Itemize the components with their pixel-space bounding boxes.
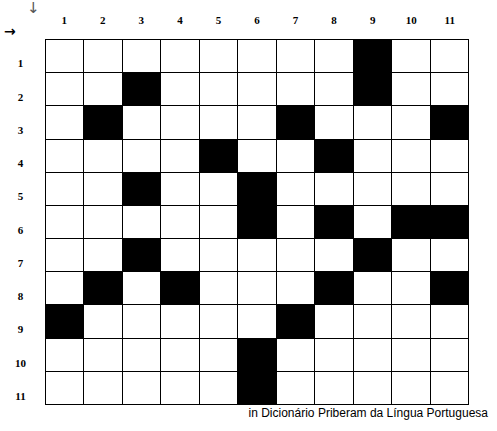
cell-r11-c2[interactable]: [84, 372, 121, 404]
cell-r5-c8[interactable]: [315, 173, 352, 205]
row-label-10: 10: [0, 338, 41, 371]
cell-r7-c7[interactable]: [277, 239, 314, 271]
cell-r3-c9[interactable]: [354, 106, 391, 138]
cell-r4-c1[interactable]: [46, 140, 83, 172]
col-label-1: 1: [45, 12, 84, 28]
cell-r9-c8[interactable]: [315, 305, 352, 337]
cell-r9-c3[interactable]: [123, 305, 160, 337]
row-label-3: 3: [0, 106, 41, 139]
cell-r3-c4[interactable]: [161, 106, 198, 138]
cell-r7-c5[interactable]: [200, 239, 237, 271]
cell-r5-c5[interactable]: [200, 173, 237, 205]
cell-r6-c6-black: [238, 206, 275, 238]
cell-r2-c4[interactable]: [161, 73, 198, 105]
cell-r3-c10[interactable]: [392, 106, 429, 138]
cell-r6-c8-black: [315, 206, 352, 238]
cell-r11-c10[interactable]: [392, 372, 429, 404]
cell-r10-c10[interactable]: [392, 339, 429, 371]
row-label-4: 4: [0, 139, 41, 172]
cell-r9-c11[interactable]: [431, 305, 468, 337]
cell-r9-c9[interactable]: [354, 305, 391, 337]
cell-r4-c3[interactable]: [123, 140, 160, 172]
col-label-11: 11: [430, 12, 469, 28]
cell-r3-c11-black: [431, 106, 468, 138]
cell-r8-c8-black: [315, 272, 352, 304]
cell-r8-c1[interactable]: [46, 272, 83, 304]
cell-r8-c7[interactable]: [277, 272, 314, 304]
cell-r6-c7[interactable]: [277, 206, 314, 238]
cell-r2-c5[interactable]: [200, 73, 237, 105]
cell-r7-c4[interactable]: [161, 239, 198, 271]
cell-r2-c9-black: [354, 73, 391, 105]
cell-r11-c9[interactable]: [354, 372, 391, 404]
cell-r11-c3[interactable]: [123, 372, 160, 404]
cell-r6-c2[interactable]: [84, 206, 121, 238]
cell-r6-c1[interactable]: [46, 206, 83, 238]
cell-r9-c5[interactable]: [200, 305, 237, 337]
cell-r5-c4[interactable]: [161, 173, 198, 205]
cell-r8-c5[interactable]: [200, 272, 237, 304]
cell-r1-c4[interactable]: [161, 40, 198, 72]
cell-r8-c4-black: [161, 272, 198, 304]
cell-r6-c10-black: [392, 206, 429, 238]
cell-r7-c10[interactable]: [392, 239, 429, 271]
cell-r10-c2[interactable]: [84, 339, 121, 371]
cell-r2-c7[interactable]: [277, 73, 314, 105]
cell-r4-c9[interactable]: [354, 140, 391, 172]
cell-r1-c5[interactable]: [200, 40, 237, 72]
cell-r4-c11[interactable]: [431, 140, 468, 172]
row-label-2: 2: [0, 72, 41, 105]
cell-r10-c5[interactable]: [200, 339, 237, 371]
crossword-page: ↓ → 1234567891011 1234567891011 in Dicio…: [0, 0, 497, 431]
row-label-5: 5: [0, 172, 41, 205]
cell-r7-c1[interactable]: [46, 239, 83, 271]
cell-r3-c8[interactable]: [315, 106, 352, 138]
cell-r7-c3-black: [123, 239, 160, 271]
cell-r1-c3[interactable]: [123, 40, 160, 72]
source-caption: in Dicionário Priberam da Língua Portugu…: [249, 406, 488, 420]
cell-r9-c6[interactable]: [238, 305, 275, 337]
cell-r9-c4[interactable]: [161, 305, 198, 337]
cell-r5-c6-black: [238, 173, 275, 205]
cell-r11-c11[interactable]: [431, 372, 468, 404]
cell-r6-c9[interactable]: [354, 206, 391, 238]
cell-r9-c10[interactable]: [392, 305, 429, 337]
cell-r8-c10[interactable]: [392, 272, 429, 304]
cell-r4-c4[interactable]: [161, 140, 198, 172]
col-label-7: 7: [276, 12, 315, 28]
col-label-6: 6: [238, 12, 277, 28]
cell-r10-c1[interactable]: [46, 339, 83, 371]
cell-r2-c6[interactable]: [238, 73, 275, 105]
row-label-8: 8: [0, 272, 41, 305]
cell-r5-c2[interactable]: [84, 173, 121, 205]
cell-r9-c7-black: [277, 305, 314, 337]
cell-r4-c8-black: [315, 140, 352, 172]
col-label-5: 5: [199, 12, 238, 28]
cell-r2-c3-black: [123, 73, 160, 105]
cell-r1-c11[interactable]: [431, 40, 468, 72]
cell-r2-c2[interactable]: [84, 73, 121, 105]
cell-r11-c7[interactable]: [277, 372, 314, 404]
cell-r1-c1[interactable]: [46, 40, 83, 72]
cell-r4-c6[interactable]: [238, 140, 275, 172]
cell-r5-c7[interactable]: [277, 173, 314, 205]
row-label-11: 11: [0, 372, 41, 405]
cell-r3-c6[interactable]: [238, 106, 275, 138]
cell-r10-c8[interactable]: [315, 339, 352, 371]
cell-r3-c2-black: [84, 106, 121, 138]
cell-r1-c9-black: [354, 40, 391, 72]
cell-r1-c6[interactable]: [238, 40, 275, 72]
cell-r1-c7[interactable]: [277, 40, 314, 72]
cell-r3-c7-black: [277, 106, 314, 138]
cell-r6-c4[interactable]: [161, 206, 198, 238]
row-label-6: 6: [0, 205, 41, 238]
cell-r3-c5[interactable]: [200, 106, 237, 138]
cell-r5-c3-black: [123, 173, 160, 205]
cell-r5-c1[interactable]: [46, 173, 83, 205]
cell-r3-c3[interactable]: [123, 106, 160, 138]
cell-r8-c11-black: [431, 272, 468, 304]
cell-r11-c4[interactable]: [161, 372, 198, 404]
row-labels: 1234567891011: [0, 39, 41, 405]
cell-r2-c8[interactable]: [315, 73, 352, 105]
right-arrow-icon: →: [4, 24, 16, 38]
cell-r10-c9[interactable]: [354, 339, 391, 371]
cell-r11-c5[interactable]: [200, 372, 237, 404]
down-arrow-icon: ↓: [27, 1, 40, 16]
cell-r3-c1[interactable]: [46, 106, 83, 138]
cell-r6-c5[interactable]: [200, 206, 237, 238]
cell-r2-c1[interactable]: [46, 73, 83, 105]
cell-r1-c8[interactable]: [315, 40, 352, 72]
col-label-8: 8: [315, 12, 354, 28]
col-label-2: 2: [84, 12, 123, 28]
cell-r8-c3[interactable]: [123, 272, 160, 304]
cell-r4-c5-black: [200, 140, 237, 172]
row-label-1: 1: [0, 39, 41, 72]
row-label-7: 7: [0, 239, 41, 272]
cell-r10-c7[interactable]: [277, 339, 314, 371]
col-label-9: 9: [353, 12, 392, 28]
cell-r4-c7[interactable]: [277, 140, 314, 172]
cell-r5-c11[interactable]: [431, 173, 468, 205]
cell-r7-c6[interactable]: [238, 239, 275, 271]
cell-r5-c10[interactable]: [392, 173, 429, 205]
cell-r7-c9-black: [354, 239, 391, 271]
cell-r11-c6-black: [238, 372, 275, 404]
row-label-9: 9: [0, 305, 41, 338]
cell-r7-c8[interactable]: [315, 239, 352, 271]
cell-r10-c3[interactable]: [123, 339, 160, 371]
column-labels: 1234567891011: [45, 12, 469, 28]
cell-r10-c6-black: [238, 339, 275, 371]
col-label-10: 10: [392, 12, 431, 28]
crossword-grid: [45, 39, 469, 405]
col-label-4: 4: [161, 12, 200, 28]
cell-r1-c2[interactable]: [84, 40, 121, 72]
cell-r10-c4[interactable]: [161, 339, 198, 371]
cell-r6-c11-black: [431, 206, 468, 238]
cell-r4-c2[interactable]: [84, 140, 121, 172]
cell-r8-c6[interactable]: [238, 272, 275, 304]
cell-r9-c1-black: [46, 305, 83, 337]
cell-r10-c11[interactable]: [431, 339, 468, 371]
cell-r2-c11[interactable]: [431, 73, 468, 105]
cell-r5-c9[interactable]: [354, 173, 391, 205]
cell-r9-c2[interactable]: [84, 305, 121, 337]
cell-r11-c8[interactable]: [315, 372, 352, 404]
cell-r2-c10[interactable]: [392, 73, 429, 105]
cell-r4-c10[interactable]: [392, 140, 429, 172]
cell-r7-c2[interactable]: [84, 239, 121, 271]
cell-r11-c1[interactable]: [46, 372, 83, 404]
cell-r8-c2-black: [84, 272, 121, 304]
cell-r8-c9[interactable]: [354, 272, 391, 304]
col-label-3: 3: [122, 12, 161, 28]
cell-r7-c11[interactable]: [431, 239, 468, 271]
cell-r6-c3[interactable]: [123, 206, 160, 238]
cell-r1-c10[interactable]: [392, 40, 429, 72]
